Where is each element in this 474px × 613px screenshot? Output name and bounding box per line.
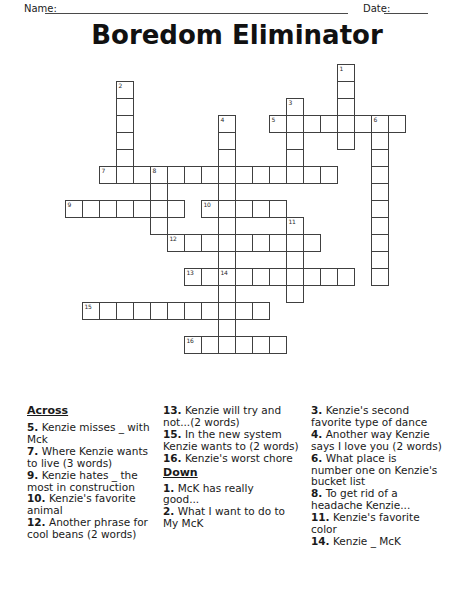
grid-cell-r5c9[interactable] bbox=[218, 149, 236, 167]
clue-number: 12. bbox=[27, 516, 46, 528]
grid-cell-r10c12[interactable] bbox=[269, 234, 287, 252]
clue-number: 1. bbox=[163, 482, 174, 494]
cell-number-9: 9 bbox=[68, 202, 72, 208]
clue-text: Kenzie's worst chore bbox=[182, 452, 293, 464]
clue-13-across: 13. Kenzie will try and not...(2 words) bbox=[163, 405, 315, 429]
grid-cell-r16c11[interactable] bbox=[252, 336, 270, 354]
grid-cell-r6c9[interactable] bbox=[218, 166, 236, 184]
cell-number-16: 16 bbox=[187, 338, 194, 344]
grid-cell-r5c13[interactable] bbox=[286, 149, 304, 167]
clue-7-across: 7. Where Kenzie wants to live (3 words) bbox=[27, 446, 167, 470]
grid-cell-r6c11[interactable] bbox=[252, 166, 270, 184]
grid-cell-r5c18[interactable] bbox=[371, 149, 389, 167]
clue-2-down: 2. What I want to do to My McK bbox=[163, 506, 315, 530]
grid-cell-r16c9[interactable] bbox=[218, 336, 236, 354]
clue-column-3: 3. Kenzie's second favorite type of danc… bbox=[311, 405, 471, 548]
grid-cell-r16c12[interactable] bbox=[269, 336, 287, 354]
grid-cell-r8c0[interactable]: 9 bbox=[65, 200, 83, 218]
grid-cell-r8c9[interactable] bbox=[218, 200, 236, 218]
down-clues-part1: 1. McK has really good...2. What I want … bbox=[163, 483, 315, 531]
grid-cell-r12c13[interactable] bbox=[286, 268, 304, 286]
clue-6-down: 6. What place is number one on Kenzie's … bbox=[311, 453, 471, 489]
grid-cell-r8c3[interactable] bbox=[116, 200, 134, 218]
clue-4-down: 4. Another way Kenzie says I love you (2… bbox=[311, 429, 471, 453]
cell-number-2: 2 bbox=[119, 83, 123, 89]
clue-5-across: 5. Kenzie misses _ with Mck bbox=[27, 422, 167, 446]
grid-cell-r6c3[interactable] bbox=[116, 166, 134, 184]
clue-1-down: 1. McK has really good... bbox=[163, 483, 315, 507]
clue-text: Kenzie misses _ with Mck bbox=[27, 421, 150, 445]
clue-15-across: 15. In the new system Kenzie wants to (2… bbox=[163, 429, 315, 453]
grid-cell-r10c13[interactable] bbox=[286, 234, 304, 252]
grid-cell-r10c7[interactable] bbox=[184, 234, 202, 252]
clue-16-across: 16. Kenzie's worst chore bbox=[163, 453, 315, 465]
grid-cell-r10c10[interactable] bbox=[235, 234, 253, 252]
grid-cell-r3c14[interactable] bbox=[303, 115, 321, 133]
grid-cell-r8c1[interactable] bbox=[82, 200, 100, 218]
grid-cell-r4c13[interactable] bbox=[286, 132, 304, 150]
clue-text: Where Kenzie wants to live (3 words) bbox=[27, 445, 148, 469]
clue-text: Kenzie _ McK bbox=[330, 535, 401, 547]
grid-cell-r14c8[interactable] bbox=[201, 302, 219, 320]
grid-cell-r14c3[interactable] bbox=[116, 302, 134, 320]
grid-cell-r6c18[interactable] bbox=[371, 166, 389, 184]
cell-number-8: 8 bbox=[153, 168, 157, 174]
clue-9-across: 9. Kenzie hates _ the most in constructi… bbox=[27, 470, 167, 494]
grid-cell-r6c7[interactable] bbox=[184, 166, 202, 184]
cell-number-1: 1 bbox=[340, 66, 344, 72]
grid-cell-r13c9[interactable] bbox=[218, 285, 236, 303]
cell-number-7: 7 bbox=[102, 168, 106, 174]
cell-number-12: 12 bbox=[170, 236, 177, 242]
grid-cell-r14c1[interactable]: 15 bbox=[82, 302, 100, 320]
cell-number-11: 11 bbox=[289, 219, 296, 225]
grid-cell-r6c13[interactable] bbox=[286, 166, 304, 184]
grid-cell-r10c14[interactable] bbox=[303, 234, 321, 252]
grid-cell-r16c8[interactable] bbox=[201, 336, 219, 354]
clue-11-down: 11. Kenzie's favorite color bbox=[311, 512, 471, 536]
grid-cell-r8c10[interactable] bbox=[235, 200, 253, 218]
across-clues-part1: 5. Kenzie misses _ with Mck7. Where Kenz… bbox=[27, 422, 167, 541]
grid-cell-r12c8[interactable] bbox=[201, 268, 219, 286]
grid-cell-r3c13[interactable] bbox=[286, 115, 304, 133]
clue-text: Kenzie's second favorite type of dance bbox=[311, 404, 427, 428]
across-clues-part2: 13. Kenzie will try and not...(2 words)1… bbox=[163, 405, 315, 465]
grid-cell-r11c13[interactable] bbox=[286, 251, 304, 269]
grid-cell-r8c11[interactable] bbox=[252, 200, 270, 218]
cell-number-3: 3 bbox=[289, 100, 293, 106]
grid-cell-r12c9[interactable]: 14 bbox=[218, 268, 236, 286]
grid-cell-r0c16[interactable]: 1 bbox=[337, 64, 355, 82]
grid-cell-r2c3[interactable] bbox=[116, 98, 134, 116]
clue-14-down: 14. Kenzie _ McK bbox=[311, 536, 471, 548]
grid-cell-r2c16[interactable] bbox=[337, 98, 355, 116]
down-clues-part2: 3. Kenzie's second favorite type of danc… bbox=[311, 405, 471, 548]
grid-cell-r4c9[interactable] bbox=[218, 132, 236, 150]
grid-cell-r8c4[interactable] bbox=[133, 200, 151, 218]
grid-cell-r12c15[interactable] bbox=[320, 268, 338, 286]
grid-cell-r3c19[interactable] bbox=[388, 115, 406, 133]
grid-cell-r12c12[interactable] bbox=[269, 268, 287, 286]
across-header: Across bbox=[27, 405, 167, 417]
grid-cell-r16c10[interactable] bbox=[235, 336, 253, 354]
clue-text: Kenzie will try and not...(2 words) bbox=[163, 404, 281, 428]
clue-number: 6. bbox=[311, 452, 322, 464]
grid-cell-r10c11[interactable] bbox=[252, 234, 270, 252]
grid-cell-r14c10[interactable] bbox=[235, 302, 253, 320]
puzzle-title: Boredom Eliminator bbox=[0, 20, 474, 50]
grid-cell-r6c14[interactable] bbox=[303, 166, 321, 184]
grid-cell-r6c5[interactable]: 8 bbox=[150, 166, 168, 184]
grid-cell-r7c5[interactable] bbox=[150, 183, 168, 201]
grid-cell-r14c9[interactable] bbox=[218, 302, 236, 320]
grid-cell-r14c6[interactable] bbox=[167, 302, 185, 320]
grid-cell-r8c2[interactable] bbox=[99, 200, 117, 218]
grid-cell-r16c7[interactable]: 16 bbox=[184, 336, 202, 354]
grid-cell-r3c15[interactable] bbox=[320, 115, 338, 133]
grid-cell-r8c6[interactable] bbox=[167, 200, 185, 218]
clue-3-down: 3. Kenzie's second favorite type of danc… bbox=[311, 405, 471, 429]
grid-cell-r14c4[interactable] bbox=[133, 302, 151, 320]
grid-cell-r7c9[interactable] bbox=[218, 183, 236, 201]
grid-cell-r12c16[interactable] bbox=[337, 268, 355, 286]
name-blank-line bbox=[45, 1, 348, 14]
grid-cell-r3c9[interactable]: 4 bbox=[218, 115, 236, 133]
grid-cell-r12c10[interactable] bbox=[235, 268, 253, 286]
down-header: Down bbox=[163, 467, 315, 479]
grid-cell-r11c9[interactable] bbox=[218, 251, 236, 269]
clue-text: McK has really good... bbox=[163, 482, 254, 506]
grid-cell-r14c5[interactable] bbox=[150, 302, 168, 320]
cell-number-13: 13 bbox=[187, 270, 194, 276]
clue-number: 10. bbox=[27, 492, 46, 504]
grid-cell-r8c18[interactable] bbox=[371, 200, 389, 218]
crossword-grid: 12345678910111213141516 bbox=[65, 64, 407, 355]
clue-12-across: 12. Another phrase for cool beans (2 wor… bbox=[27, 517, 167, 541]
clue-text: In the new system Kenzie wants to (2 wor… bbox=[163, 428, 299, 452]
grid-cell-r4c18[interactable] bbox=[371, 132, 389, 150]
clue-number: 9. bbox=[27, 469, 38, 481]
clue-number: 2. bbox=[163, 505, 174, 517]
grid-cell-r6c4[interactable] bbox=[133, 166, 151, 184]
grid-cell-r15c9[interactable] bbox=[218, 319, 236, 337]
grid-cell-r14c2[interactable] bbox=[99, 302, 117, 320]
grid-cell-r12c11[interactable] bbox=[252, 268, 270, 286]
clue-number: 16. bbox=[163, 452, 182, 464]
cell-number-6: 6 bbox=[374, 117, 378, 123]
grid-cell-r3c18[interactable]: 6 bbox=[371, 115, 389, 133]
clue-text: Another way Kenzie says I love you (2 wo… bbox=[311, 428, 442, 452]
grid-cell-r14c7[interactable] bbox=[184, 302, 202, 320]
grid-cell-r3c12[interactable]: 5 bbox=[269, 115, 287, 133]
grid-cell-r9c5[interactable] bbox=[150, 217, 168, 235]
clue-column-2: 13. Kenzie will try and not...(2 words)1… bbox=[163, 405, 315, 530]
grid-cell-r5c3[interactable] bbox=[116, 149, 134, 167]
grid-cell-r14c11[interactable] bbox=[252, 302, 270, 320]
grid-cell-r9c18[interactable] bbox=[371, 217, 389, 235]
clue-number: 4. bbox=[311, 428, 322, 440]
grid-cell-r8c8[interactable]: 10 bbox=[201, 200, 219, 218]
clue-number: 14. bbox=[311, 535, 330, 547]
grid-cell-r9c9[interactable] bbox=[218, 217, 236, 235]
grid-cell-r12c18[interactable] bbox=[371, 268, 389, 286]
cell-number-4: 4 bbox=[221, 117, 225, 123]
clue-number: 13. bbox=[163, 404, 182, 416]
grid-cell-r4c3[interactable] bbox=[116, 132, 134, 150]
cell-number-5: 5 bbox=[272, 117, 276, 123]
grid-cell-r12c14[interactable] bbox=[303, 268, 321, 286]
date-blank-line bbox=[384, 1, 428, 14]
clue-text: What I want to do to My McK bbox=[163, 505, 285, 529]
cell-number-15: 15 bbox=[85, 304, 92, 310]
clue-10-across: 10. Kenzie's favorite animal bbox=[27, 493, 167, 517]
grid-cell-r3c3[interactable] bbox=[116, 115, 134, 133]
cell-number-10: 10 bbox=[204, 202, 211, 208]
clue-number: 3. bbox=[311, 404, 322, 416]
clue-number: 5. bbox=[27, 421, 38, 433]
grid-cell-r8c5[interactable] bbox=[150, 200, 168, 218]
clue-text: Kenzie hates _ the most in construction bbox=[27, 469, 138, 493]
grid-cell-r6c10[interactable] bbox=[235, 166, 253, 184]
clue-number: 8. bbox=[311, 487, 322, 499]
grid-cell-r6c2[interactable]: 7 bbox=[99, 166, 117, 184]
clue-text: To get rid of a headache Kenzie... bbox=[311, 487, 410, 511]
grid-cell-r6c6[interactable] bbox=[167, 166, 185, 184]
grid-cell-r10c18[interactable] bbox=[371, 234, 389, 252]
grid-cell-r6c12[interactable] bbox=[269, 166, 287, 184]
grid-cell-r1c16[interactable] bbox=[337, 81, 355, 99]
grid-cell-r2c13[interactable]: 3 bbox=[286, 98, 304, 116]
grid-cell-r11c18[interactable] bbox=[371, 251, 389, 269]
grid-cell-r12c7[interactable]: 13 bbox=[184, 268, 202, 286]
clue-text: What place is number one on Kenzie's buc… bbox=[311, 452, 437, 488]
clue-8-down: 8. To get rid of a headache Kenzie... bbox=[311, 488, 471, 512]
grid-cell-r6c8[interactable] bbox=[201, 166, 219, 184]
grid-cell-r6c15[interactable] bbox=[320, 166, 338, 184]
clue-column-1: Across 5. Kenzie misses _ with Mck7. Whe… bbox=[27, 405, 167, 541]
cell-number-14: 14 bbox=[221, 270, 228, 276]
grid-cell-r7c18[interactable] bbox=[371, 183, 389, 201]
grid-cell-r13c13[interactable] bbox=[286, 285, 304, 303]
grid-cell-r1c3[interactable]: 2 bbox=[116, 81, 134, 99]
grid-cell-r3c16[interactable] bbox=[337, 115, 355, 133]
grid-cell-r9c13[interactable]: 11 bbox=[286, 217, 304, 235]
clue-number: 11. bbox=[311, 511, 330, 523]
grid-cell-r10c9[interactable] bbox=[218, 234, 236, 252]
grid-cell-r3c17[interactable] bbox=[354, 115, 372, 133]
clue-text: Another phrase for cool beans (2 words) bbox=[27, 516, 148, 540]
crossword-worksheet: Name: Date: Boredom Eliminator 123456789… bbox=[0, 0, 474, 613]
clue-number: 7. bbox=[27, 445, 38, 457]
grid-cell-r10c8[interactable] bbox=[201, 234, 219, 252]
grid-cell-r10c6[interactable]: 12 bbox=[167, 234, 185, 252]
grid-cell-r4c16[interactable] bbox=[337, 132, 355, 150]
grid-cell-r8c12[interactable] bbox=[269, 200, 287, 218]
clue-number: 15. bbox=[163, 428, 182, 440]
